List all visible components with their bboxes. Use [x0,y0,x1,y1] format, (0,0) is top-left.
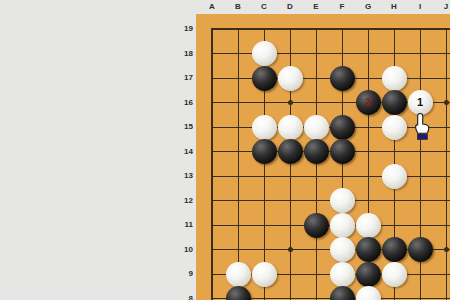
hand-cursor-icon [412,112,433,141]
column-label: H [386,1,402,13]
row-label: 19 [169,23,193,35]
row-label: 14 [169,146,193,158]
black-stone [278,139,303,164]
star-point [444,247,449,252]
column-label: G [360,1,376,13]
white-stone [330,213,355,238]
grid-line-horizontal [211,28,450,30]
star-point [288,247,293,252]
white-stone [382,115,407,140]
grid-line-horizontal [211,53,450,54]
black-stone: 2 [356,90,381,115]
black-stone [330,139,355,164]
row-label: 11 [169,219,193,231]
black-stone [408,237,433,262]
white-stone [252,41,277,66]
column-label: D [282,1,298,13]
row-label: 18 [169,48,193,60]
black-stone [382,237,407,262]
grid-line-horizontal [211,176,450,177]
white-stone [382,164,407,189]
white-stone [226,262,251,287]
grid-line-vertical [211,28,213,300]
black-stone [252,139,277,164]
column-label: E [308,1,324,13]
black-stone [252,66,277,91]
row-label: 16 [169,97,193,109]
black-stone [356,237,381,262]
black-stone [356,262,381,287]
star-point [288,100,293,105]
star-point [444,100,449,105]
row-label: 8 [169,293,193,300]
black-stone [330,115,355,140]
go-client-window: ABCDEFGHIJ191817161514131211109821 [0,0,450,300]
row-label: 10 [169,244,193,256]
row-label: 9 [169,268,193,280]
white-stone [356,213,381,238]
black-stone [330,66,355,91]
move-number-label: 2 [365,97,371,108]
column-label: B [230,1,246,13]
grid-line-vertical [238,28,239,300]
white-stone [330,188,355,213]
white-stone [252,115,277,140]
grid-line-vertical [446,28,447,300]
row-label: 17 [169,72,193,84]
white-stone [278,66,303,91]
white-stone [382,66,407,91]
column-label: A [204,1,220,13]
black-stone [304,213,329,238]
black-stone [304,139,329,164]
column-label: I [412,1,428,13]
column-label: F [334,1,350,13]
column-label: J [438,1,450,13]
white-stone [278,115,303,140]
white-stone [382,262,407,287]
white-stone [252,262,277,287]
black-stone [382,90,407,115]
row-label: 12 [169,195,193,207]
row-label: 13 [169,170,193,182]
white-stone [330,237,355,262]
white-stone [304,115,329,140]
move-number-label: 1 [417,97,423,108]
column-label: C [256,1,272,13]
row-label: 15 [169,121,193,133]
grid-line-vertical [316,28,317,300]
white-stone [330,262,355,287]
